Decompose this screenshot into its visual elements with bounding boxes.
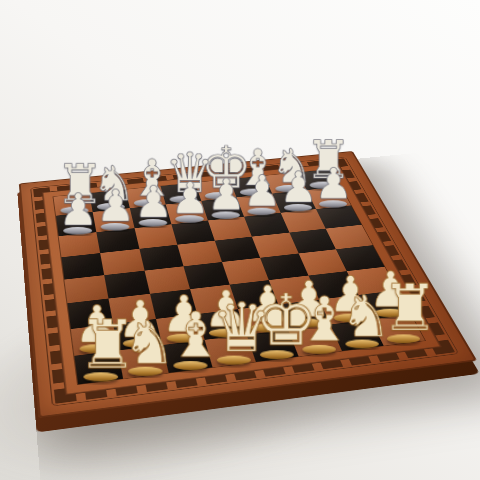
chess-board: ♜♞♝♛♚♝♞♜♟♟♟♟♟♟♟♟♟♟♟♟♟♟♟♟♜♞♝♛♚♝♞♜ — [19, 151, 477, 418]
photo-background: ♜♞♝♛♚♝♞♜♟♟♟♟♟♟♟♟♟♟♟♟♟♟♟♟♜♞♝♛♚♝♞♜ — [0, 0, 480, 480]
piece-white-rook-a1[interactable]: ♜ — [78, 311, 123, 378]
cell-a1: ♜ — [74, 350, 123, 384]
